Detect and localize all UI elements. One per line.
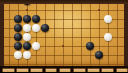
grid-line-horizontal bbox=[4, 10, 124, 11]
black-stone[interactable] bbox=[86, 42, 95, 51]
grid-line-vertical bbox=[117, 4, 118, 66]
white-stone[interactable] bbox=[32, 24, 41, 33]
grid-line-vertical bbox=[45, 4, 46, 66]
toolbar-button-2[interactable] bbox=[16, 68, 29, 73]
toolbar bbox=[0, 66, 128, 72]
white-stone[interactable] bbox=[23, 51, 32, 60]
toolbar-button-4[interactable] bbox=[45, 68, 58, 73]
black-stone[interactable] bbox=[14, 42, 23, 51]
grid-line-vertical bbox=[63, 4, 64, 66]
black-stone[interactable] bbox=[14, 33, 23, 42]
grid-line-vertical bbox=[36, 4, 37, 66]
white-stone[interactable] bbox=[14, 51, 23, 60]
white-stone[interactable] bbox=[23, 24, 32, 33]
grid-line-vertical bbox=[72, 4, 73, 66]
black-stone[interactable] bbox=[23, 15, 32, 24]
toolbar-button-3[interactable] bbox=[30, 68, 43, 73]
board-frame-top-rail bbox=[0, 0, 128, 4]
app-window bbox=[0, 0, 128, 72]
toolbar-button-6[interactable] bbox=[73, 68, 86, 73]
grid-line-vertical bbox=[81, 4, 82, 66]
grid-line-vertical bbox=[90, 4, 91, 66]
go-board[interactable] bbox=[4, 4, 124, 66]
white-stone[interactable] bbox=[32, 42, 41, 51]
toolbar-button-8[interactable] bbox=[101, 68, 114, 73]
black-stone[interactable] bbox=[41, 24, 50, 33]
white-stone[interactable] bbox=[104, 15, 113, 24]
white-stone[interactable] bbox=[104, 33, 113, 42]
grid-line-vertical bbox=[54, 4, 55, 66]
black-stone[interactable] bbox=[14, 15, 23, 24]
white-stone[interactable] bbox=[23, 33, 32, 42]
toolbar-button-7[interactable] bbox=[87, 68, 100, 73]
toolbar-button-5[interactable] bbox=[59, 68, 72, 73]
toolbar-button-1[interactable] bbox=[2, 68, 15, 73]
grid-line-vertical bbox=[9, 4, 10, 66]
black-stone[interactable] bbox=[95, 51, 104, 60]
black-stone[interactable] bbox=[32, 15, 41, 24]
toolbar-button-9[interactable] bbox=[116, 68, 128, 73]
black-stone[interactable] bbox=[23, 42, 32, 51]
black-stone[interactable] bbox=[14, 24, 23, 33]
